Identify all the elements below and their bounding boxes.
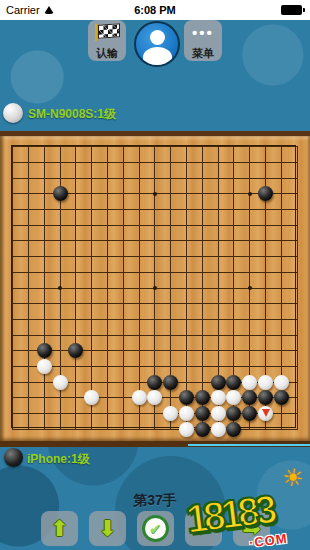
last-move-marker: [262, 409, 270, 417]
white-stone: [132, 390, 147, 405]
black-stone-icon: [4, 448, 23, 467]
sun-icon: ☀: [280, 462, 306, 493]
black-stone: [37, 343, 52, 358]
ellipsis-icon: •••: [192, 26, 214, 40]
white-stone: [211, 422, 226, 437]
black-stone: [211, 375, 226, 390]
menu-button-label: 菜单: [192, 47, 214, 59]
white-stone: [53, 375, 68, 390]
white-stone: [37, 359, 52, 374]
black-stone: [226, 375, 241, 390]
black-stone: [195, 390, 210, 405]
black-stone: [147, 375, 162, 390]
status-bar: 6:08 PM Carrier: [0, 0, 310, 20]
watermark-suffix: ·COM: [249, 531, 289, 550]
white-stone: [163, 406, 178, 421]
resign-button-label: 认输: [96, 47, 118, 59]
clock: 6:08 PM: [0, 4, 310, 16]
white-stone-icon: [3, 103, 23, 123]
black-stone: [53, 186, 68, 201]
checkered-flag-icon: [95, 24, 120, 41]
black-stone: [163, 375, 178, 390]
black-stone: [274, 390, 289, 405]
white-stone: [258, 375, 273, 390]
down-arrow-icon: ⬇: [98, 518, 116, 540]
down-button[interactable]: ⬇: [89, 511, 126, 546]
battery-icon: [281, 5, 302, 15]
white-stone: [179, 422, 194, 437]
white-stone: [274, 375, 289, 390]
bottom-player-name: iPhone:1级: [27, 451, 90, 468]
player-avatar-icon[interactable]: [134, 21, 180, 67]
check-circle-icon: ✔: [142, 515, 169, 542]
white-stone: [211, 406, 226, 421]
black-stone: [195, 406, 210, 421]
confirm-button[interactable]: ✔: [137, 511, 174, 546]
up-button[interactable]: ⬆: [41, 511, 78, 546]
white-stone: [211, 390, 226, 405]
time-bar: [188, 444, 310, 446]
resign-button[interactable]: 认输: [88, 20, 126, 61]
top-player-name: SM-N9008S:1级: [28, 106, 116, 123]
up-arrow-icon: ⬆: [50, 518, 68, 540]
white-stone: [242, 375, 257, 390]
white-stone: [179, 406, 194, 421]
black-stone: [226, 422, 241, 437]
go-board-grid[interactable]: [5, 139, 305, 437]
black-stone: [242, 406, 257, 421]
app-screen: 6:08 PM Carrier 认输 ••• 菜单 SM-N9008S:1级 i…: [0, 0, 310, 550]
black-stone: [195, 422, 210, 437]
18183-watermark: ☀ 18183 ·COM: [184, 466, 310, 550]
menu-button[interactable]: ••• 菜单: [184, 20, 222, 61]
